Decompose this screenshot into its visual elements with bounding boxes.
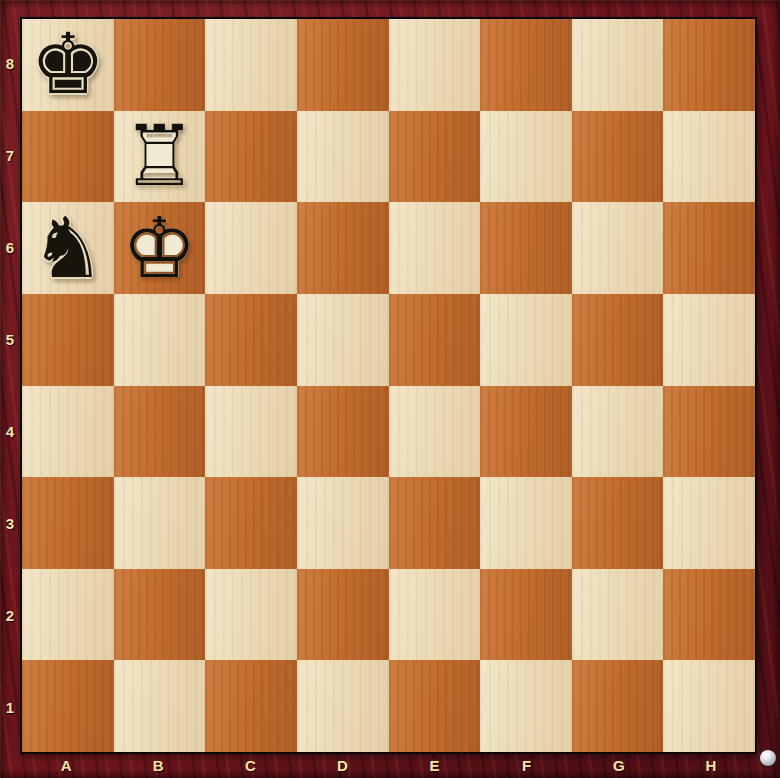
square-c5[interactable] bbox=[205, 294, 297, 386]
piece-glyph: ♞ bbox=[22, 202, 114, 294]
piece-glyph: ♚ bbox=[22, 19, 114, 111]
piece-outline-glyph: ♔ bbox=[114, 202, 206, 294]
square-h7[interactable] bbox=[663, 111, 755, 203]
square-f6[interactable] bbox=[480, 202, 572, 294]
piece-white-rook[interactable]: ♜♖ bbox=[114, 111, 206, 203]
square-e7[interactable] bbox=[389, 111, 481, 203]
square-g2[interactable] bbox=[572, 569, 664, 661]
square-a6[interactable]: ♞ bbox=[22, 202, 114, 294]
square-d8[interactable] bbox=[297, 19, 389, 111]
square-f4[interactable] bbox=[480, 386, 572, 478]
square-b8[interactable] bbox=[114, 19, 206, 111]
square-d1[interactable] bbox=[297, 660, 389, 752]
square-a7[interactable] bbox=[22, 111, 114, 203]
square-e2[interactable] bbox=[389, 569, 481, 661]
square-b5[interactable] bbox=[114, 294, 206, 386]
square-a5[interactable] bbox=[22, 294, 114, 386]
square-d7[interactable] bbox=[297, 111, 389, 203]
square-h6[interactable] bbox=[663, 202, 755, 294]
square-b7[interactable]: ♜♖ bbox=[114, 111, 206, 203]
chess-app-window: 87654321 ♚♜♖♞♚♔ ABCDEFGH bbox=[0, 0, 780, 778]
file-label-b: B bbox=[112, 753, 204, 778]
square-e8[interactable] bbox=[389, 19, 481, 111]
chess-board[interactable]: ♚♜♖♞♚♔ bbox=[20, 17, 757, 754]
piece-black-king[interactable]: ♚ bbox=[22, 19, 114, 111]
rank-label-7: 7 bbox=[0, 109, 20, 201]
square-c6[interactable] bbox=[205, 202, 297, 294]
piece-black-knight[interactable]: ♞ bbox=[22, 202, 114, 294]
square-e3[interactable] bbox=[389, 477, 481, 569]
square-e6[interactable] bbox=[389, 202, 481, 294]
rank-label-4: 4 bbox=[0, 386, 20, 478]
file-labels: ABCDEFGH bbox=[20, 753, 757, 778]
square-f2[interactable] bbox=[480, 569, 572, 661]
square-a4[interactable] bbox=[22, 386, 114, 478]
square-c8[interactable] bbox=[205, 19, 297, 111]
square-g3[interactable] bbox=[572, 477, 664, 569]
file-label-a: A bbox=[20, 753, 112, 778]
square-c2[interactable] bbox=[205, 569, 297, 661]
file-label-f: F bbox=[481, 753, 573, 778]
square-b4[interactable] bbox=[114, 386, 206, 478]
piece-outline-glyph: ♖ bbox=[114, 111, 206, 203]
square-e5[interactable] bbox=[389, 294, 481, 386]
square-g7[interactable] bbox=[572, 111, 664, 203]
rank-label-3: 3 bbox=[0, 478, 20, 570]
square-g1[interactable] bbox=[572, 660, 664, 752]
square-a1[interactable] bbox=[22, 660, 114, 752]
square-c7[interactable] bbox=[205, 111, 297, 203]
rank-label-2: 2 bbox=[0, 570, 20, 662]
square-h8[interactable] bbox=[663, 19, 755, 111]
rank-label-6: 6 bbox=[0, 201, 20, 293]
file-label-d: D bbox=[296, 753, 388, 778]
square-c3[interactable] bbox=[205, 477, 297, 569]
square-g6[interactable] bbox=[572, 202, 664, 294]
square-f5[interactable] bbox=[480, 294, 572, 386]
piece-white-king[interactable]: ♚♔ bbox=[114, 202, 206, 294]
square-g4[interactable] bbox=[572, 386, 664, 478]
square-h1[interactable] bbox=[663, 660, 755, 752]
square-d6[interactable] bbox=[297, 202, 389, 294]
square-h2[interactable] bbox=[663, 569, 755, 661]
square-f1[interactable] bbox=[480, 660, 572, 752]
square-f7[interactable] bbox=[480, 111, 572, 203]
square-e1[interactable] bbox=[389, 660, 481, 752]
file-label-e: E bbox=[389, 753, 481, 778]
white-to-move-indicator-icon bbox=[760, 750, 776, 766]
square-a8[interactable]: ♚ bbox=[22, 19, 114, 111]
rank-label-5: 5 bbox=[0, 293, 20, 385]
square-a2[interactable] bbox=[22, 569, 114, 661]
square-g8[interactable] bbox=[572, 19, 664, 111]
square-b6[interactable]: ♚♔ bbox=[114, 202, 206, 294]
square-h3[interactable] bbox=[663, 477, 755, 569]
square-d2[interactable] bbox=[297, 569, 389, 661]
square-d3[interactable] bbox=[297, 477, 389, 569]
square-f3[interactable] bbox=[480, 477, 572, 569]
rank-label-8: 8 bbox=[0, 17, 20, 109]
square-e4[interactable] bbox=[389, 386, 481, 478]
square-c1[interactable] bbox=[205, 660, 297, 752]
square-d4[interactable] bbox=[297, 386, 389, 478]
square-h5[interactable] bbox=[663, 294, 755, 386]
square-b2[interactable] bbox=[114, 569, 206, 661]
file-label-c: C bbox=[204, 753, 296, 778]
square-d5[interactable] bbox=[297, 294, 389, 386]
square-c4[interactable] bbox=[205, 386, 297, 478]
square-a3[interactable] bbox=[22, 477, 114, 569]
square-h4[interactable] bbox=[663, 386, 755, 478]
rank-labels: 87654321 bbox=[0, 17, 20, 754]
square-g5[interactable] bbox=[572, 294, 664, 386]
square-b1[interactable] bbox=[114, 660, 206, 752]
rank-label-1: 1 bbox=[0, 662, 20, 754]
square-f8[interactable] bbox=[480, 19, 572, 111]
file-label-g: G bbox=[573, 753, 665, 778]
square-b3[interactable] bbox=[114, 477, 206, 569]
file-label-h: H bbox=[665, 753, 757, 778]
